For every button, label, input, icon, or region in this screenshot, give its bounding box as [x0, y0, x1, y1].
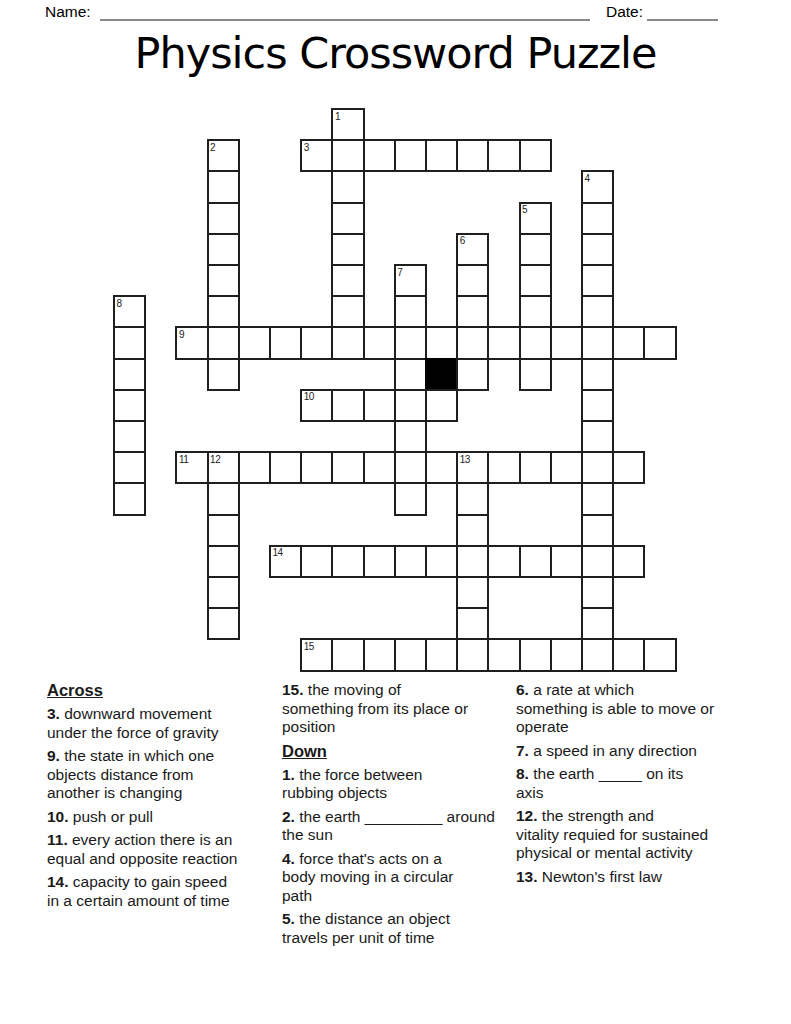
- grid-cell-r8c0[interactable]: [113, 358, 146, 391]
- clue-text: the force between rubbing objects: [282, 766, 422, 802]
- clue-number-14: 14: [273, 547, 283, 558]
- black-cell: [425, 358, 458, 391]
- grid-cell-r10c0[interactable]: [113, 420, 146, 453]
- clue-number-3: 3: [304, 142, 309, 153]
- grid-cell-r11c4[interactable]: [238, 451, 271, 484]
- clue-text: capacity to gain speed in a certain amou…: [47, 873, 230, 909]
- grid-cell-r14c6[interactable]: [300, 545, 333, 578]
- name-blank-line[interactable]: [100, 19, 590, 21]
- grid-cell-r14c7[interactable]: [331, 545, 364, 578]
- grid-cell-r7c9[interactable]: [394, 326, 427, 359]
- grid-cell-r3c3[interactable]: [207, 202, 240, 235]
- grid-cell-r1c11[interactable]: [456, 139, 489, 172]
- grid-cell-r13c15[interactable]: [581, 514, 614, 547]
- grid-cell-r7c0[interactable]: [113, 326, 146, 359]
- grid-cell-r11c7[interactable]: [331, 451, 364, 484]
- grid-cell-r17c13[interactable]: [519, 638, 552, 671]
- clue-2: 2. the earth _________ around the sun: [282, 808, 520, 845]
- clue-text: downward movement under the force of gra…: [47, 705, 218, 741]
- grid-cell-r1c10[interactable]: [425, 139, 458, 172]
- grid-cell-r11c0[interactable]: [113, 451, 146, 484]
- clue-number-8: 8: [117, 298, 122, 309]
- grid-cell-r17c11[interactable]: [456, 638, 489, 671]
- grid-cell-r6c3[interactable]: [207, 295, 240, 328]
- clue-text: force that's acts on a body moving in a …: [282, 850, 453, 904]
- grid-cell-r13c11[interactable]: [456, 514, 489, 547]
- grid-cell-r11c15[interactable]: [581, 451, 614, 484]
- clue-num-label: 3.: [47, 705, 64, 722]
- grid-cell-r14c11[interactable]: [456, 545, 489, 578]
- clue-text: every action there is an equal and oppos…: [47, 831, 237, 867]
- clue-num-label: 6.: [516, 681, 533, 698]
- name-label: Name:: [45, 3, 91, 21]
- grid-cell-r11c14[interactable]: [550, 451, 583, 484]
- grid-cell-r1c8[interactable]: [363, 139, 396, 172]
- clue-num-label: 9.: [47, 747, 64, 764]
- grid-cell-r5c13[interactable]: [519, 264, 552, 297]
- grid-cell-r6c15[interactable]: [581, 295, 614, 328]
- clue-text: the state in which one objects distance …: [47, 747, 214, 801]
- clue-num-label: 15.: [282, 681, 308, 698]
- clue-7: 7. a speed in any direction: [516, 742, 766, 761]
- grid-cell-r2c15[interactable]: 4: [581, 170, 614, 203]
- grid-cell-r4c13[interactable]: [519, 233, 552, 266]
- clue-9: 9. the state in which one objects distan…: [47, 747, 282, 803]
- clue-num-label: 13.: [516, 868, 542, 885]
- grid-cell-r9c8[interactable]: [363, 389, 396, 422]
- clue-number-4: 4: [585, 173, 590, 184]
- clue-text: Newton's first law: [542, 868, 662, 885]
- clue-number-13: 13: [460, 454, 470, 465]
- grid-cell-r0c7[interactable]: 1: [331, 108, 364, 141]
- grid-cell-r12c3[interactable]: [207, 482, 240, 515]
- clue-13: 13. Newton's first law: [516, 868, 766, 887]
- grid-cell-r11c3[interactable]: 12: [207, 451, 240, 484]
- grid-cell-r1c13[interactable]: [519, 139, 552, 172]
- grid-cell-r8c11[interactable]: [456, 358, 489, 391]
- grid-cell-r9c9[interactable]: [394, 389, 427, 422]
- clues-header-across: Across: [47, 681, 282, 700]
- grid-cell-r6c9[interactable]: [394, 295, 427, 328]
- grid-cell-r5c15[interactable]: [581, 264, 614, 297]
- grid-cell-r6c7[interactable]: [331, 295, 364, 328]
- clue-4: 4. force that's acts on a body moving in…: [282, 850, 520, 906]
- grid-cell-r9c0[interactable]: [113, 389, 146, 422]
- clue-10: 10. push or pull: [47, 808, 282, 827]
- clue-num-label: 7.: [516, 742, 533, 759]
- grid-cell-r12c0[interactable]: [113, 482, 146, 515]
- grid-cell-r8c15[interactable]: [581, 358, 614, 391]
- grid-cell-r17c8[interactable]: [363, 638, 396, 671]
- clues-header-down: Down: [282, 742, 520, 761]
- grid-cell-r7c10[interactable]: [425, 326, 458, 359]
- page-title: Physics Crossword Puzzle: [0, 28, 791, 78]
- grid-cell-r4c15[interactable]: [581, 233, 614, 266]
- clue-number-15: 15: [304, 641, 314, 652]
- grid-cell-r6c13[interactable]: [519, 295, 552, 328]
- clue-6: 6. a rate at which something is able to …: [516, 681, 766, 737]
- clue-text: the moving of something from its place o…: [282, 681, 468, 735]
- grid-cell-r17c15[interactable]: [581, 638, 614, 671]
- grid-cell-r5c3[interactable]: [207, 264, 240, 297]
- grid-cell-r11c12[interactable]: [487, 451, 520, 484]
- date-blank-line[interactable]: [647, 19, 718, 21]
- grid-cell-r7c15[interactable]: [581, 326, 614, 359]
- grid-cell-r17c17[interactable]: [643, 638, 676, 671]
- clue-14: 14. capacity to gain speed in a certain …: [47, 873, 282, 910]
- grid-cell-r4c3[interactable]: [207, 233, 240, 266]
- clue-number-12: 12: [210, 454, 220, 465]
- clue-column-3: 6. a rate at which something is able to …: [516, 681, 766, 891]
- grid-cell-r7c3[interactable]: [207, 326, 240, 359]
- grid-cell-r3c13[interactable]: 5: [519, 202, 552, 235]
- grid-cell-r13c3[interactable]: [207, 514, 240, 547]
- grid-cell-r17c10[interactable]: [425, 638, 458, 671]
- grid-cell-r14c9[interactable]: [394, 545, 427, 578]
- grid-cell-r12c9[interactable]: [394, 482, 427, 515]
- grid-cell-r17c16[interactable]: [612, 638, 645, 671]
- grid-cell-r5c11[interactable]: [456, 264, 489, 297]
- grid-cell-r11c10[interactable]: [425, 451, 458, 484]
- clue-number-11: 11: [179, 454, 188, 465]
- grid-cell-r15c15[interactable]: [581, 576, 614, 609]
- grid-cell-r14c14[interactable]: [550, 545, 583, 578]
- grid-cell-r1c9[interactable]: [394, 139, 427, 172]
- clue-number-5: 5: [522, 204, 527, 215]
- grid-cell-r9c10[interactable]: [425, 389, 458, 422]
- grid-cell-r12c15[interactable]: [581, 482, 614, 515]
- grid-cell-r7c16[interactable]: [612, 326, 645, 359]
- grid-cell-r15c11[interactable]: [456, 576, 489, 609]
- grid-cell-r11c13[interactable]: [519, 451, 552, 484]
- grid-cell-r7c2[interactable]: 9: [175, 326, 208, 359]
- clue-number-9: 9: [179, 329, 184, 340]
- clue-text: a rate at which something is able to mov…: [516, 681, 714, 735]
- clue-num-label: 8.: [516, 765, 533, 782]
- grid-cell-r7c4[interactable]: [238, 326, 271, 359]
- grid-cell-r8c9[interactable]: [394, 358, 427, 391]
- grid-cell-r11c16[interactable]: [612, 451, 645, 484]
- clue-num-label: 14.: [47, 873, 73, 890]
- clue-11: 11. every action there is an equal and o…: [47, 831, 282, 868]
- clue-num-label: 4.: [282, 850, 299, 867]
- grid-cell-r4c11[interactable]: 6: [456, 233, 489, 266]
- clue-15: 15. the moving of something from its pla…: [282, 681, 520, 737]
- grid-cell-r7c11[interactable]: [456, 326, 489, 359]
- grid-cell-r16c3[interactable]: [207, 607, 240, 640]
- clue-text: the earth _____ on its axis: [516, 765, 683, 801]
- grid-cell-r14c3[interactable]: [207, 545, 240, 578]
- clue-3: 3. downward movement under the force of …: [47, 705, 282, 742]
- grid-cell-r10c15[interactable]: [581, 420, 614, 453]
- clue-num-label: 10.: [47, 808, 73, 825]
- clue-5: 5. the distance an object travels per un…: [282, 910, 520, 947]
- grid-cell-r7c6[interactable]: [300, 326, 333, 359]
- grid-cell-r7c5[interactable]: [269, 326, 302, 359]
- grid-cell-r7c14[interactable]: [550, 326, 583, 359]
- grid-cell-r11c2[interactable]: 11: [175, 451, 208, 484]
- grid-cell-r2c7[interactable]: [331, 170, 364, 203]
- clue-number-7: 7: [397, 267, 402, 278]
- grid-cell-r14c5[interactable]: 14: [269, 545, 302, 578]
- grid-cell-r17c14[interactable]: [550, 638, 583, 671]
- grid-cell-r5c9[interactable]: 7: [394, 264, 427, 297]
- grid-cell-r7c7[interactable]: [331, 326, 364, 359]
- clue-column-2: 15. the moving of something from its pla…: [282, 681, 520, 952]
- date-label: Date:: [606, 3, 643, 21]
- grid-cell-r6c0[interactable]: 8: [113, 295, 146, 328]
- grid-cell-r14c13[interactable]: [519, 545, 552, 578]
- clue-number-6: 6: [460, 235, 465, 246]
- grid-cell-r1c6[interactable]: 3: [300, 139, 333, 172]
- grid-cell-r3c7[interactable]: [331, 202, 364, 235]
- grid-cell-r11c9[interactable]: [394, 451, 427, 484]
- grid-cell-r17c7[interactable]: [331, 638, 364, 671]
- grid-cell-r16c15[interactable]: [581, 607, 614, 640]
- clue-text: the earth _________ around the sun: [282, 808, 495, 844]
- clue-num-label: 2.: [282, 808, 299, 825]
- grid-cell-r9c6[interactable]: 10: [300, 389, 333, 422]
- clue-1: 1. the force between rubbing objects: [282, 766, 520, 803]
- grid-cell-r14c15[interactable]: [581, 545, 614, 578]
- grid-cell-r11c11[interactable]: 13: [456, 451, 489, 484]
- grid-cell-r14c12[interactable]: [487, 545, 520, 578]
- grid-cell-r11c6[interactable]: [300, 451, 333, 484]
- grid-cell-r5c7[interactable]: [331, 264, 364, 297]
- clue-column-1: Across3. downward movement under the for…: [47, 681, 282, 915]
- clue-number-1: 1: [335, 111, 340, 122]
- grid-cell-r17c6[interactable]: 15: [300, 638, 333, 671]
- clue-num-label: 1.: [282, 766, 299, 783]
- clue-text: a speed in any direction: [533, 742, 697, 759]
- grid-cell-r4c7[interactable]: [331, 233, 364, 266]
- grid-cell-r1c7[interactable]: [331, 139, 364, 172]
- grid-cell-r7c12[interactable]: [487, 326, 520, 359]
- crossword-grid: 123456789101112131415: [113, 108, 677, 672]
- clue-number-2: 2: [210, 142, 215, 153]
- clue-number-10: 10: [304, 391, 314, 402]
- clue-num-label: 11.: [47, 831, 72, 848]
- grid-cell-r17c12[interactable]: [487, 638, 520, 671]
- grid-cell-r14c10[interactable]: [425, 545, 458, 578]
- grid-cell-r14c16[interactable]: [612, 545, 645, 578]
- grid-cell-r7c8[interactable]: [363, 326, 396, 359]
- clue-text: push or pull: [73, 808, 153, 825]
- clue-text: the strength and vitality requied for su…: [516, 807, 708, 861]
- grid-cell-r11c5[interactable]: [269, 451, 302, 484]
- grid-cell-r3c15[interactable]: [581, 202, 614, 235]
- grid-cell-r17c9[interactable]: [394, 638, 427, 671]
- clue-12: 12. the strength and vitality requied fo…: [516, 807, 766, 863]
- clue-num-label: 5.: [282, 910, 299, 927]
- grid-cell-r16c11[interactable]: [456, 607, 489, 640]
- grid-cell-r9c7[interactable]: [331, 389, 364, 422]
- grid-cell-r2c3[interactable]: [207, 170, 240, 203]
- grid-cell-r10c9[interactable]: [394, 420, 427, 453]
- grid-cell-r14c8[interactable]: [363, 545, 396, 578]
- grid-cell-r12c11[interactable]: [456, 482, 489, 515]
- grid-cell-r1c12[interactable]: [487, 139, 520, 172]
- grid-cell-r1c3[interactable]: 2: [207, 139, 240, 172]
- grid-cell-r8c3[interactable]: [207, 358, 240, 391]
- grid-cell-r9c15[interactable]: [581, 389, 614, 422]
- grid-cell-r8c13[interactable]: [519, 358, 552, 391]
- clue-text: the distance an object travels per unit …: [282, 910, 450, 946]
- clue-8: 8. the earth _____ on its axis: [516, 765, 766, 802]
- clue-num-label: 12.: [516, 807, 542, 824]
- grid-cell-r6c11[interactable]: [456, 295, 489, 328]
- grid-cell-r7c13[interactable]: [519, 326, 552, 359]
- grid-cell-r11c8[interactable]: [363, 451, 396, 484]
- grid-cell-r15c3[interactable]: [207, 576, 240, 609]
- grid-cell-r7c17[interactable]: [643, 326, 676, 359]
